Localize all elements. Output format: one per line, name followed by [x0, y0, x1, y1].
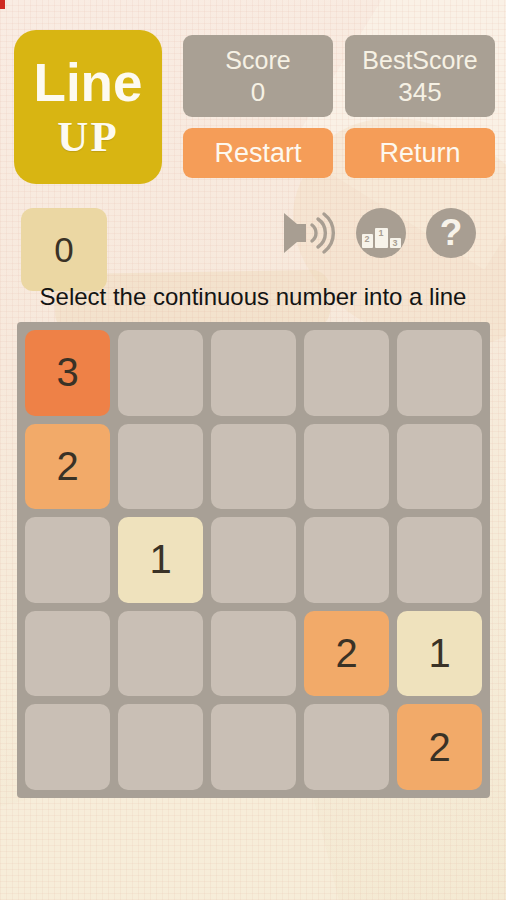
- empty-cell[interactable]: [211, 704, 296, 790]
- score-value: 0: [251, 79, 265, 105]
- tile-2[interactable]: 2: [25, 424, 110, 510]
- score-label: Score: [225, 48, 290, 73]
- leaderboard-button[interactable]: 2 1 3: [356, 208, 406, 258]
- empty-cell[interactable]: [211, 330, 296, 416]
- tile-1[interactable]: 1: [118, 517, 203, 603]
- best-score-label: BestScore: [362, 48, 477, 73]
- current-tile-value: 0: [54, 230, 73, 270]
- tile-2[interactable]: 2: [397, 704, 482, 790]
- empty-cell[interactable]: [304, 517, 389, 603]
- empty-cell[interactable]: [211, 424, 296, 510]
- best-score-panel: BestScore 345: [345, 35, 495, 117]
- empty-cell[interactable]: [304, 330, 389, 416]
- podium-icon: 2 1 3: [361, 228, 402, 248]
- help-button[interactable]: ?: [426, 208, 476, 258]
- tile-1[interactable]: 1: [397, 611, 482, 697]
- score-panel: Score 0: [183, 35, 333, 117]
- logo-title-up: UP: [57, 114, 118, 159]
- sound-button[interactable]: [284, 211, 336, 255]
- empty-cell[interactable]: [25, 517, 110, 603]
- best-score-value: 345: [398, 79, 441, 105]
- empty-cell[interactable]: [118, 330, 203, 416]
- current-tile-preview: 0: [21, 208, 107, 291]
- empty-cell[interactable]: [397, 330, 482, 416]
- empty-cell[interactable]: [118, 611, 203, 697]
- podium-rank-3: 3: [390, 238, 401, 248]
- question-icon: ?: [440, 214, 463, 251]
- empty-cell[interactable]: [25, 704, 110, 790]
- empty-cell[interactable]: [397, 517, 482, 603]
- empty-cell[interactable]: [118, 704, 203, 790]
- tile-3[interactable]: 3: [25, 330, 110, 416]
- speaker-icon: [284, 211, 336, 255]
- tile-2[interactable]: 2: [304, 611, 389, 697]
- return-button[interactable]: Return: [345, 128, 495, 178]
- instruction-text: Select the continuous number into a line: [0, 283, 506, 311]
- empty-cell[interactable]: [211, 517, 296, 603]
- app-logo: Line UP: [14, 30, 162, 184]
- empty-cell[interactable]: [304, 704, 389, 790]
- restart-button[interactable]: Restart: [183, 128, 333, 178]
- board: 321212: [17, 322, 490, 798]
- empty-cell[interactable]: [118, 424, 203, 510]
- podium-rank-2: 2: [362, 234, 373, 248]
- podium-rank-1: 1: [375, 228, 388, 248]
- screen-corner-artifact: [0, 0, 5, 9]
- empty-cell[interactable]: [211, 611, 296, 697]
- logo-title-line: Line: [34, 55, 143, 111]
- empty-cell[interactable]: [397, 424, 482, 510]
- empty-cell[interactable]: [304, 424, 389, 510]
- empty-cell[interactable]: [25, 611, 110, 697]
